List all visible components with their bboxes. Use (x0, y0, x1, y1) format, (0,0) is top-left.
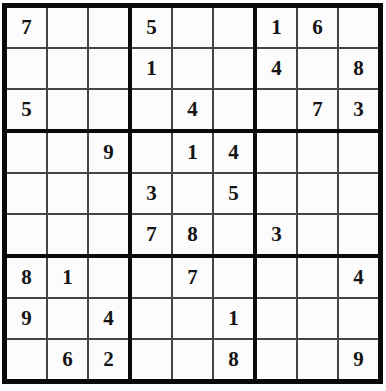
cell-r2c8[interactable] (298, 49, 337, 88)
cell-r2c5[interactable] (173, 49, 212, 88)
cell-r9c5[interactable] (173, 340, 212, 379)
cell-r3c5: 4 (173, 90, 212, 129)
cell-r4c9[interactable] (339, 133, 378, 172)
cell-r9c6: 8 (214, 340, 253, 379)
sudoku-box-5: 143578 (132, 133, 253, 254)
cell-r6c7: 3 (257, 215, 296, 254)
cell-r7c1: 8 (7, 258, 46, 297)
cell-r5c4: 3 (132, 174, 171, 213)
cell-r1c9[interactable] (339, 8, 378, 47)
sudoku-box-4: 9 (7, 133, 128, 254)
cell-r5c3[interactable] (89, 174, 128, 213)
cell-r9c9: 9 (339, 340, 378, 379)
cell-r7c4[interactable] (132, 258, 171, 297)
cell-r3c7[interactable] (257, 90, 296, 129)
cell-r3c2[interactable] (48, 90, 87, 129)
cell-r1c3[interactable] (89, 8, 128, 47)
cell-r2c3[interactable] (89, 49, 128, 88)
cell-r9c2: 6 (48, 340, 87, 379)
cell-r2c7: 4 (257, 49, 296, 88)
cell-r2c4: 1 (132, 49, 171, 88)
sudoku-box-1: 75 (7, 8, 128, 129)
cell-r5c7[interactable] (257, 174, 296, 213)
sudoku-board: 755141648739143578381946271849 (2, 3, 383, 384)
cell-r7c3[interactable] (89, 258, 128, 297)
cell-r1c1: 7 (7, 8, 46, 47)
cell-r1c5[interactable] (173, 8, 212, 47)
cell-r4c4[interactable] (132, 133, 171, 172)
sudoku-box-9: 49 (257, 258, 378, 379)
cell-r5c2[interactable] (48, 174, 87, 213)
cell-r4c8[interactable] (298, 133, 337, 172)
cell-r8c3: 4 (89, 299, 128, 338)
cell-r2c6[interactable] (214, 49, 253, 88)
sudoku-box-6: 3 (257, 133, 378, 254)
cell-r4c7[interactable] (257, 133, 296, 172)
cell-r8c4[interactable] (132, 299, 171, 338)
cell-r4c2[interactable] (48, 133, 87, 172)
cell-r2c1[interactable] (7, 49, 46, 88)
cell-r5c9[interactable] (339, 174, 378, 213)
cell-r8c2[interactable] (48, 299, 87, 338)
cell-r1c4: 5 (132, 8, 171, 47)
cell-r5c5[interactable] (173, 174, 212, 213)
sudoku-box-7: 819462 (7, 258, 128, 379)
cell-r9c1[interactable] (7, 340, 46, 379)
cell-r7c8[interactable] (298, 258, 337, 297)
cell-r6c4: 7 (132, 215, 171, 254)
cell-r9c3: 2 (89, 340, 128, 379)
cell-r7c2: 1 (48, 258, 87, 297)
cell-r6c2[interactable] (48, 215, 87, 254)
cell-r6c3[interactable] (89, 215, 128, 254)
cell-r2c9: 8 (339, 49, 378, 88)
cell-r4c1[interactable] (7, 133, 46, 172)
cell-r4c5: 1 (173, 133, 212, 172)
cell-r3c1: 5 (7, 90, 46, 129)
cell-r3c8: 7 (298, 90, 337, 129)
cell-r8c1: 9 (7, 299, 46, 338)
cell-r5c1[interactable] (7, 174, 46, 213)
cell-r5c6: 5 (214, 174, 253, 213)
cell-r1c2[interactable] (48, 8, 87, 47)
cell-r2c2[interactable] (48, 49, 87, 88)
cell-r3c4[interactable] (132, 90, 171, 129)
cell-r9c8[interactable] (298, 340, 337, 379)
cell-r7c6[interactable] (214, 258, 253, 297)
cell-r8c9[interactable] (339, 299, 378, 338)
cell-r6c8[interactable] (298, 215, 337, 254)
cell-r9c7[interactable] (257, 340, 296, 379)
cell-r7c9: 4 (339, 258, 378, 297)
cell-r8c6: 1 (214, 299, 253, 338)
sudoku-box-8: 718 (132, 258, 253, 379)
cell-r5c8[interactable] (298, 174, 337, 213)
cell-r8c8[interactable] (298, 299, 337, 338)
cell-r8c5[interactable] (173, 299, 212, 338)
cell-r1c6[interactable] (214, 8, 253, 47)
cell-r7c7[interactable] (257, 258, 296, 297)
cell-r3c6[interactable] (214, 90, 253, 129)
cell-r6c6[interactable] (214, 215, 253, 254)
cell-r9c4[interactable] (132, 340, 171, 379)
cell-r8c7[interactable] (257, 299, 296, 338)
cell-r6c5: 8 (173, 215, 212, 254)
cell-r3c3[interactable] (89, 90, 128, 129)
sudoku-box-2: 514 (132, 8, 253, 129)
cell-r1c8: 6 (298, 8, 337, 47)
cell-r6c9[interactable] (339, 215, 378, 254)
cell-r3c9: 3 (339, 90, 378, 129)
sudoku-box-3: 164873 (257, 8, 378, 129)
cell-r4c3: 9 (89, 133, 128, 172)
cell-r4c6: 4 (214, 133, 253, 172)
cell-r6c1[interactable] (7, 215, 46, 254)
cell-r1c7: 1 (257, 8, 296, 47)
cell-r7c5: 7 (173, 258, 212, 297)
